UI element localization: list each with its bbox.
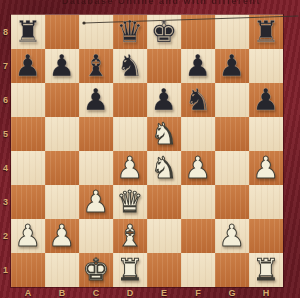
square-d7[interactable]: ♞	[113, 49, 147, 83]
white-bishop-d2[interactable]: ♝	[113, 219, 147, 253]
square-f8[interactable]	[181, 15, 215, 49]
file-label-e: E	[147, 287, 181, 298]
square-a1[interactable]	[11, 253, 45, 287]
black-pawn-h6[interactable]: ♟	[249, 83, 283, 117]
square-d8[interactable]: ♛	[113, 15, 147, 49]
file-label-c: C	[79, 287, 113, 298]
square-f5[interactable]	[181, 117, 215, 151]
square-g2[interactable]: ♟	[215, 219, 249, 253]
square-g1[interactable]	[215, 253, 249, 287]
square-a6[interactable]	[11, 83, 45, 117]
square-g4[interactable]	[215, 151, 249, 185]
black-pawn-c6[interactable]: ♟	[79, 83, 113, 117]
square-c1[interactable]: ♚	[79, 253, 113, 287]
square-a8[interactable]: ♜	[11, 15, 45, 49]
square-g7[interactable]: ♟	[215, 49, 249, 83]
square-b2[interactable]: ♟	[45, 219, 79, 253]
chess-diagram: Database Online and with different ♜♛♚♜♟…	[0, 0, 300, 298]
black-knight-d7[interactable]: ♞	[113, 49, 147, 83]
white-rook-d1[interactable]: ♜	[113, 253, 147, 287]
square-e1[interactable]	[147, 253, 181, 287]
white-knight-e5[interactable]: ♞	[147, 117, 181, 151]
chess-board: ♜♛♚♜♟♟♝♞♟♟♟♟♞♟♞♟♞♟♟♟♛♟♟♝♟♚♜♜	[11, 15, 283, 287]
square-f3[interactable]	[181, 185, 215, 219]
black-pawn-e6[interactable]: ♟	[147, 83, 181, 117]
black-pawn-a7[interactable]: ♟	[11, 49, 45, 83]
square-f1[interactable]	[181, 253, 215, 287]
rank-label-7: 7	[0, 49, 11, 83]
square-g5[interactable]	[215, 117, 249, 151]
square-g8[interactable]	[215, 15, 249, 49]
file-label-a: A	[11, 287, 45, 298]
square-c8[interactable]	[79, 15, 113, 49]
white-king-c1[interactable]: ♚	[79, 253, 113, 287]
white-pawn-a2[interactable]: ♟	[11, 219, 45, 253]
square-h1[interactable]: ♜	[249, 253, 283, 287]
white-pawn-c3[interactable]: ♟	[79, 185, 113, 219]
black-rook-h8[interactable]: ♜	[249, 15, 283, 49]
white-pawn-d4[interactable]: ♟	[113, 151, 147, 185]
square-d3[interactable]: ♛	[113, 185, 147, 219]
black-king-e8[interactable]: ♚	[147, 15, 181, 49]
rank-label-5: 5	[0, 117, 11, 151]
black-rook-a8[interactable]: ♜	[11, 15, 45, 49]
square-c4[interactable]	[79, 151, 113, 185]
square-a2[interactable]: ♟	[11, 219, 45, 253]
rank-label-1: 1	[0, 253, 11, 287]
square-c3[interactable]: ♟	[79, 185, 113, 219]
white-queen-d3[interactable]: ♛	[113, 185, 147, 219]
black-knight-f6[interactable]: ♞	[181, 83, 215, 117]
white-pawn-f4[interactable]: ♟	[181, 151, 215, 185]
square-d4[interactable]: ♟	[113, 151, 147, 185]
square-a7[interactable]: ♟	[11, 49, 45, 83]
rank-label-6: 6	[0, 83, 11, 117]
watermark-caption: Database Online and with different	[62, 0, 261, 6]
square-b7[interactable]: ♟	[45, 49, 79, 83]
square-h8[interactable]: ♜	[249, 15, 283, 49]
file-label-h: H	[249, 287, 283, 298]
file-label-b: B	[45, 287, 79, 298]
file-label-g: G	[215, 287, 249, 298]
square-h5[interactable]	[249, 117, 283, 151]
white-rook-h1[interactable]: ♜	[249, 253, 283, 287]
rank-label-8: 8	[0, 15, 11, 49]
square-h3[interactable]	[249, 185, 283, 219]
square-a3[interactable]	[11, 185, 45, 219]
square-d6[interactable]	[113, 83, 147, 117]
square-f7[interactable]: ♟	[181, 49, 215, 83]
square-h7[interactable]	[249, 49, 283, 83]
square-b4[interactable]	[45, 151, 79, 185]
square-e6[interactable]: ♟	[147, 83, 181, 117]
square-b8[interactable]	[45, 15, 79, 49]
square-e2[interactable]	[147, 219, 181, 253]
square-b3[interactable]	[45, 185, 79, 219]
black-pawn-f7[interactable]: ♟	[181, 49, 215, 83]
black-pawn-g7[interactable]: ♟	[215, 49, 249, 83]
square-g3[interactable]	[215, 185, 249, 219]
file-label-d: D	[113, 287, 147, 298]
square-f2[interactable]	[181, 219, 215, 253]
square-f6[interactable]: ♞	[181, 83, 215, 117]
black-pawn-b7[interactable]: ♟	[45, 49, 79, 83]
rank-label-3: 3	[0, 185, 11, 219]
rank-label-2: 2	[0, 219, 11, 253]
square-e8[interactable]: ♚	[147, 15, 181, 49]
square-e7[interactable]	[147, 49, 181, 83]
square-c5[interactable]	[79, 117, 113, 151]
square-h6[interactable]: ♟	[249, 83, 283, 117]
black-bishop-c7[interactable]: ♝	[79, 49, 113, 83]
square-e5[interactable]: ♞	[147, 117, 181, 151]
file-label-f: F	[181, 287, 215, 298]
square-e3[interactable]	[147, 185, 181, 219]
square-f4[interactable]: ♟	[181, 151, 215, 185]
square-d2[interactable]: ♝	[113, 219, 147, 253]
rank-label-4: 4	[0, 151, 11, 185]
square-a4[interactable]	[11, 151, 45, 185]
square-c7[interactable]: ♝	[79, 49, 113, 83]
top-border: Database Online and with different	[0, 0, 300, 13]
square-c6[interactable]: ♟	[79, 83, 113, 117]
square-b5[interactable]	[45, 117, 79, 151]
square-h2[interactable]	[249, 219, 283, 253]
square-b6[interactable]	[45, 83, 79, 117]
square-e4[interactable]: ♞	[147, 151, 181, 185]
square-d1[interactable]: ♜	[113, 253, 147, 287]
square-d5[interactable]	[113, 117, 147, 151]
black-queen-d8[interactable]: ♛	[113, 15, 147, 49]
square-a5[interactable]	[11, 117, 45, 151]
square-h4[interactable]: ♟	[249, 151, 283, 185]
white-pawn-g2[interactable]: ♟	[215, 219, 249, 253]
square-b1[interactable]	[45, 253, 79, 287]
white-knight-e4[interactable]: ♞	[147, 151, 181, 185]
white-pawn-h4[interactable]: ♟	[249, 151, 283, 185]
square-c2[interactable]	[79, 219, 113, 253]
white-pawn-b2[interactable]: ♟	[45, 219, 79, 253]
square-g6[interactable]	[215, 83, 249, 117]
